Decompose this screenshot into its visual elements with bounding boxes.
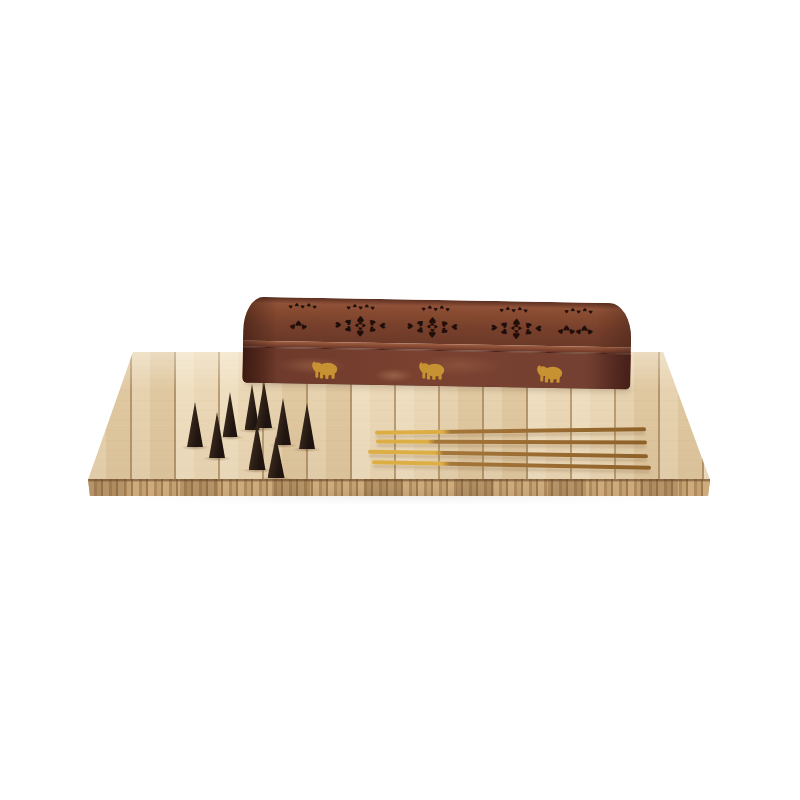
carved-hole: ♥ [445, 307, 450, 312]
product-photo: ♥♥♥♥♥♥♥♥♥♥♥♥♥♥♥♥♥♥♥♥♥♥♥♥♥♥♥♥♥♥♥♥♥♥♥♥♥♥♥♥… [0, 0, 800, 800]
brass-elephant-inlay [417, 361, 445, 380]
carved-hole: ♥ [533, 325, 541, 332]
carved-hole: ♥ [430, 328, 435, 333]
carved-hole: ♥ [517, 306, 522, 311]
carved-hole: ♥ [433, 307, 438, 312]
carved-hole: ♥ [312, 305, 317, 310]
carved-hole: ♥ [430, 321, 435, 326]
carved-hole: ♥ [523, 309, 528, 314]
carved-hole: ♥ [352, 303, 357, 308]
carved-hole: ♥ [514, 323, 519, 328]
board-shadow [110, 492, 690, 502]
carved-hole: ♥ [306, 302, 311, 307]
carved-hole: ♥ [576, 309, 581, 314]
carved-hole: ♥ [421, 307, 426, 312]
brass-elephant-inlay [535, 364, 563, 383]
carved-hole: ♥ [335, 321, 343, 328]
carved-hole: ♥ [491, 324, 499, 331]
elephant-icon [417, 361, 445, 380]
elephant-icon [535, 364, 563, 383]
carved-hole: ♥ [364, 303, 369, 308]
carved-hole: ♥ [300, 305, 305, 310]
carved-hole: ♥ [588, 310, 593, 315]
carved-hole: ♥ [499, 308, 504, 313]
carved-hole: ♥ [582, 307, 587, 312]
incense-box: ♥♥♥♥♥♥♥♥♥♥♥♥♥♥♥♥♥♥♥♥♥♥♥♥♥♥♥♥♥♥♥♥♥♥♥♥♥♥♥♥… [242, 297, 631, 390]
carved-hole: ♥ [358, 327, 363, 332]
carved-hole: ♥ [370, 306, 375, 311]
carved-hole: ♥ [407, 322, 415, 329]
carved-hole: ♥ [514, 330, 519, 335]
carved-hole: ♥ [505, 306, 510, 311]
elephant-icon [310, 360, 338, 379]
carved-hole: ♥ [511, 308, 516, 313]
carved-hole: ♥ [288, 304, 293, 309]
carved-hole: ♥ [377, 322, 385, 329]
carved-hole: ♥ [570, 307, 575, 312]
carved-hole: ♥ [449, 323, 457, 330]
carved-hole: ♥ [439, 305, 444, 310]
brass-elephant-inlay [310, 360, 338, 379]
carved-hole: ♥ [358, 306, 363, 311]
carved-hole: ♥ [427, 304, 432, 309]
carved-hole: ♥ [564, 309, 569, 314]
carved-hole: ♥ [294, 302, 299, 307]
carved-hole: ♥ [358, 320, 363, 325]
carved-hole: ♥ [346, 305, 351, 310]
